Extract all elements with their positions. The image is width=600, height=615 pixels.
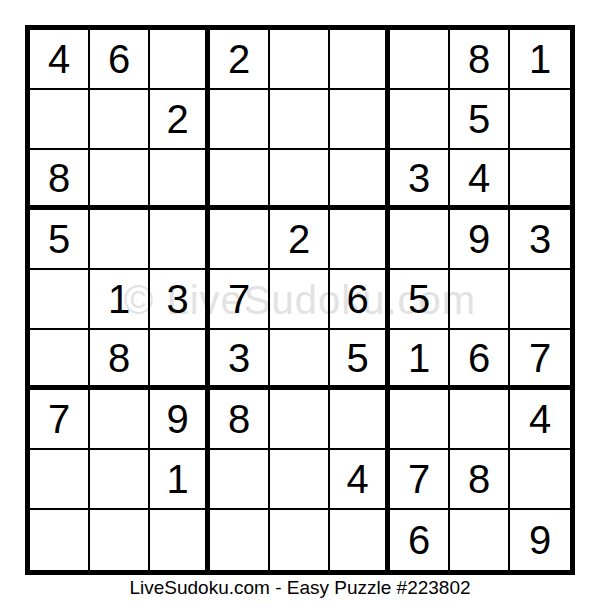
- cell-r7c9[interactable]: 4: [510, 390, 570, 450]
- cell-r9c5[interactable]: [270, 510, 330, 570]
- cell-r6c6[interactable]: 5: [330, 330, 390, 390]
- cell-r5c6[interactable]: 6: [330, 270, 390, 330]
- cell-r9c8[interactable]: [450, 510, 510, 570]
- cell-r1c7[interactable]: [390, 30, 450, 90]
- cell-r1c4[interactable]: 2: [210, 30, 270, 90]
- cell-r8c2[interactable]: [90, 450, 150, 510]
- cell-r9c3[interactable]: [150, 510, 210, 570]
- cell-r8c3[interactable]: 1: [150, 450, 210, 510]
- cell-r5c2[interactable]: 1: [90, 270, 150, 330]
- cell-r4c7[interactable]: [390, 210, 450, 270]
- cell-r7c8[interactable]: [450, 390, 510, 450]
- cell-r9c7[interactable]: 6: [390, 510, 450, 570]
- sudoku-grid: 46281258345293137658351677984147869: [30, 30, 570, 570]
- cell-r6c9[interactable]: 7: [510, 330, 570, 390]
- cell-r2c8[interactable]: 5: [450, 90, 510, 150]
- cell-r3c5[interactable]: [270, 150, 330, 210]
- cell-r5c9[interactable]: [510, 270, 570, 330]
- caption: LiveSudoku.com - Easy Puzzle #223802: [0, 577, 600, 599]
- cell-r8c7[interactable]: 7: [390, 450, 450, 510]
- cell-r6c5[interactable]: [270, 330, 330, 390]
- cell-r9c2[interactable]: [90, 510, 150, 570]
- cell-r5c7[interactable]: 5: [390, 270, 450, 330]
- cell-r8c8[interactable]: 8: [450, 450, 510, 510]
- cell-r4c9[interactable]: 3: [510, 210, 570, 270]
- cell-r5c1[interactable]: [30, 270, 90, 330]
- cell-r1c8[interactable]: 8: [450, 30, 510, 90]
- cell-r4c1[interactable]: 5: [30, 210, 90, 270]
- cell-r7c1[interactable]: 7: [30, 390, 90, 450]
- cell-r1c6[interactable]: [330, 30, 390, 90]
- cell-r4c4[interactable]: [210, 210, 270, 270]
- cell-r1c5[interactable]: [270, 30, 330, 90]
- cell-r5c5[interactable]: [270, 270, 330, 330]
- cell-r3c1[interactable]: 8: [30, 150, 90, 210]
- cell-r9c4[interactable]: [210, 510, 270, 570]
- cell-r3c6[interactable]: [330, 150, 390, 210]
- cell-r1c3[interactable]: [150, 30, 210, 90]
- cell-r7c4[interactable]: 8: [210, 390, 270, 450]
- cell-r3c7[interactable]: 3: [390, 150, 450, 210]
- cell-r2c1[interactable]: [30, 90, 90, 150]
- cell-r9c1[interactable]: [30, 510, 90, 570]
- cell-r2c2[interactable]: [90, 90, 150, 150]
- cell-r4c2[interactable]: [90, 210, 150, 270]
- sudoku-board: © LiveSudoku.com 46281258345293137658351…: [25, 25, 575, 575]
- cell-r2c9[interactable]: [510, 90, 570, 150]
- cell-r8c5[interactable]: [270, 450, 330, 510]
- cell-r7c3[interactable]: 9: [150, 390, 210, 450]
- cell-r6c1[interactable]: [30, 330, 90, 390]
- cell-r8c9[interactable]: [510, 450, 570, 510]
- cell-r4c8[interactable]: 9: [450, 210, 510, 270]
- cell-r4c6[interactable]: [330, 210, 390, 270]
- cell-r5c3[interactable]: 3: [150, 270, 210, 330]
- cell-r2c6[interactable]: [330, 90, 390, 150]
- cell-r6c2[interactable]: 8: [90, 330, 150, 390]
- cell-r3c4[interactable]: [210, 150, 270, 210]
- cell-r3c2[interactable]: [90, 150, 150, 210]
- cell-r9c6[interactable]: [330, 510, 390, 570]
- cell-r5c8[interactable]: [450, 270, 510, 330]
- cell-r7c2[interactable]: [90, 390, 150, 450]
- cell-r5c4[interactable]: 7: [210, 270, 270, 330]
- cell-r2c7[interactable]: [390, 90, 450, 150]
- cell-r2c5[interactable]: [270, 90, 330, 150]
- cell-r3c3[interactable]: [150, 150, 210, 210]
- cell-r1c2[interactable]: 6: [90, 30, 150, 90]
- cell-r9c9[interactable]: 9: [510, 510, 570, 570]
- cell-r1c9[interactable]: 1: [510, 30, 570, 90]
- cell-r3c8[interactable]: 4: [450, 150, 510, 210]
- cell-r3c9[interactable]: [510, 150, 570, 210]
- sudoku-page: © LiveSudoku.com 46281258345293137658351…: [0, 0, 600, 615]
- cell-r6c8[interactable]: 6: [450, 330, 510, 390]
- cell-r8c1[interactable]: [30, 450, 90, 510]
- cell-r2c4[interactable]: [210, 90, 270, 150]
- cell-r1c1[interactable]: 4: [30, 30, 90, 90]
- cell-r8c4[interactable]: [210, 450, 270, 510]
- cell-r4c5[interactable]: 2: [270, 210, 330, 270]
- cell-r4c3[interactable]: [150, 210, 210, 270]
- cell-r7c7[interactable]: [390, 390, 450, 450]
- cell-r7c6[interactable]: [330, 390, 390, 450]
- cell-r7c5[interactable]: [270, 390, 330, 450]
- cell-r6c3[interactable]: [150, 330, 210, 390]
- cell-r8c6[interactable]: 4: [330, 450, 390, 510]
- cell-r2c3[interactable]: 2: [150, 90, 210, 150]
- cell-r6c4[interactable]: 3: [210, 330, 270, 390]
- cell-r6c7[interactable]: 1: [390, 330, 450, 390]
